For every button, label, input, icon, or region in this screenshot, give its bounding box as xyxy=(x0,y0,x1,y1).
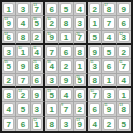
cell-r1c7[interactable]: 2 xyxy=(88,2,102,16)
solution-digit: 3 xyxy=(74,18,86,29)
cell-r6c9[interactable]: 4 xyxy=(117,74,131,88)
solution-digit: 9 xyxy=(102,104,115,115)
cell-r6c4[interactable]: 3 xyxy=(45,74,59,88)
solution-digit: 4 xyxy=(102,33,115,43)
solution-digit: 3 xyxy=(59,119,72,131)
cell-r5c6[interactable]: 1 xyxy=(74,59,88,73)
solution-digit: 9 xyxy=(74,119,86,131)
solution-digit: 6 xyxy=(31,76,43,86)
solution-digit: 4 xyxy=(45,61,58,72)
cell-r7c1[interactable]: 8 xyxy=(2,88,16,102)
solution-digit: 2 xyxy=(88,4,101,15)
cell-r6c5[interactable]: 9 xyxy=(59,74,73,88)
solution-digit: 8 xyxy=(16,33,29,43)
cell-r9c6[interactable]: 139 xyxy=(74,117,88,131)
solution-digit: 6 xyxy=(88,104,101,115)
solution-digit: 5 xyxy=(45,90,58,101)
cell-r3c6[interactable]: 207 xyxy=(74,31,88,45)
cell-r9c8[interactable]: 2 xyxy=(102,117,116,131)
cell-r5c3[interactable]: 218 xyxy=(31,59,45,73)
solution-digit: 6 xyxy=(102,61,115,72)
cell-r2c2[interactable]: 4 xyxy=(16,16,30,30)
cell-r9c5[interactable]: 3 xyxy=(59,117,73,131)
solution-digit: 3 xyxy=(102,90,115,101)
solution-digit: 4 xyxy=(2,104,15,115)
solution-digit: 4 xyxy=(59,90,72,101)
solution-digit: 4 xyxy=(31,47,43,58)
solution-digit: 7 xyxy=(16,76,29,86)
solution-digit: 1 xyxy=(74,61,86,72)
cell-r8c7[interactable]: 6 xyxy=(88,102,102,116)
cell-r4c3[interactable]: 114 xyxy=(31,45,45,59)
solution-digit: 7 xyxy=(88,90,101,101)
solution-digit: 8 xyxy=(59,18,72,29)
solution-digit: 1 xyxy=(16,47,29,58)
cell-r6c1[interactable]: 2 xyxy=(2,74,16,88)
cell-r7c7[interactable]: 107 xyxy=(88,88,102,102)
solution-digit: 7 xyxy=(74,33,86,43)
cell-r2c1[interactable]: 139 xyxy=(2,16,16,30)
cell-r2c9[interactable]: 6 xyxy=(117,16,131,30)
cell-r3c4[interactable]: 109 xyxy=(45,31,59,45)
solution-digit: 1 xyxy=(45,104,58,115)
cell-r6c6[interactable]: 155 xyxy=(74,74,88,88)
cell-r7c4[interactable]: 135 xyxy=(45,88,59,102)
solution-digit: 5 xyxy=(31,18,43,29)
cell-r5c7[interactable]: 113 xyxy=(88,59,102,73)
cell-r4c9[interactable]: 2 xyxy=(117,45,131,59)
solution-digit: 2 xyxy=(45,18,58,29)
cell-r1c9[interactable]: 9 xyxy=(117,2,131,16)
solution-digit: 9 xyxy=(2,18,15,29)
solution-digit: 9 xyxy=(88,47,101,58)
solution-digit: 8 xyxy=(102,4,115,15)
solution-digit: 1 xyxy=(117,90,131,101)
cell-r1c6[interactable]: 4 xyxy=(74,2,88,16)
solution-digit: 6 xyxy=(59,47,72,58)
sudoku-board: 1313765421789139416510283176146821091207… xyxy=(0,0,133,133)
cell-r5c4[interactable]: 164 xyxy=(45,59,59,73)
cell-r1c2[interactable]: 3 xyxy=(16,2,30,16)
solution-digit: 6 xyxy=(117,18,131,29)
cell-r7c3[interactable]: 9 xyxy=(31,88,45,102)
solution-digit: 5 xyxy=(74,76,86,86)
cell-r4c2[interactable]: 101 xyxy=(16,45,30,59)
solution-digit: 5 xyxy=(16,104,29,115)
cell-r5c8[interactable]: 6 xyxy=(102,59,116,73)
cell-r9c1[interactable]: 7 xyxy=(2,117,16,131)
cell-r1c8[interactable]: 178 xyxy=(102,2,116,16)
cell-r2c8[interactable]: 7 xyxy=(102,16,116,30)
cell-r4c5[interactable]: 6 xyxy=(59,45,73,59)
solution-digit: 1 xyxy=(31,119,43,131)
solution-digit: 3 xyxy=(117,33,131,43)
cell-r4c4[interactable]: 7 xyxy=(45,45,59,59)
cell-r3c2[interactable]: 8 xyxy=(16,31,30,45)
solution-digit: 7 xyxy=(117,61,131,72)
solution-digit: 9 xyxy=(59,76,72,86)
solution-digit: 6 xyxy=(74,90,86,101)
solution-digit: 1 xyxy=(59,33,72,43)
cell-r1c5[interactable]: 5 xyxy=(59,2,73,16)
solution-digit: 5 xyxy=(117,119,131,131)
cell-r5c5[interactable]: 2 xyxy=(59,59,73,73)
cell-r1c4[interactable]: 6 xyxy=(45,2,59,16)
solution-digit: 2 xyxy=(74,104,86,115)
cell-r2c7[interactable]: 1 xyxy=(88,16,102,30)
cell-r7c2[interactable]: 142 xyxy=(16,88,30,102)
solution-digit: 8 xyxy=(74,47,86,58)
cell-r2c6[interactable]: 3 xyxy=(74,16,88,30)
solution-digit: 3 xyxy=(2,47,15,58)
solution-digit: 7 xyxy=(102,18,115,29)
solution-digit: 7 xyxy=(59,104,72,115)
solution-digit: 4 xyxy=(88,119,101,131)
cell-r2c3[interactable]: 165 xyxy=(31,16,45,30)
solution-digit: 5 xyxy=(88,33,101,43)
cell-r8c8[interactable]: 119 xyxy=(102,102,116,116)
solution-digit: 8 xyxy=(117,104,131,115)
cell-r9c7[interactable]: 4 xyxy=(88,117,102,131)
cell-r7c5[interactable]: 4 xyxy=(59,88,73,102)
solution-digit: 9 xyxy=(45,33,58,43)
cell-r3c5[interactable]: 1 xyxy=(59,31,73,45)
solution-digit: 2 xyxy=(117,47,131,58)
solution-digit: 2 xyxy=(16,90,29,101)
solution-digit: 3 xyxy=(88,61,101,72)
cell-r3c9[interactable]: 123 xyxy=(117,31,131,45)
solution-digit: 4 xyxy=(117,76,131,86)
solution-digit: 6 xyxy=(2,33,15,43)
cell-r7c6[interactable]: 6 xyxy=(74,88,88,102)
cell-r9c9[interactable]: 5 xyxy=(117,117,131,131)
cell-r6c2[interactable]: 7 xyxy=(16,74,30,88)
solution-digit: 5 xyxy=(2,61,15,72)
solution-digit: 4 xyxy=(74,4,86,15)
cell-r4c6[interactable]: 8 xyxy=(74,45,88,59)
cell-r9c3[interactable]: 121 xyxy=(31,117,45,131)
cell-r8c2[interactable]: 5 xyxy=(16,102,30,116)
cell-r1c3[interactable]: 137 xyxy=(31,2,45,16)
killer-sudoku-app: 1313765421789139416510283176146821091207… xyxy=(0,0,133,133)
cell-r5c9[interactable]: 117 xyxy=(117,59,131,73)
cell-r8c9[interactable]: 138 xyxy=(117,102,131,116)
cell-r6c8[interactable]: 1 xyxy=(102,74,116,88)
solution-digit: 7 xyxy=(2,119,15,131)
solution-digit: 6 xyxy=(45,4,58,15)
solution-digit: 8 xyxy=(2,90,15,101)
cell-r2c4[interactable]: 102 xyxy=(45,16,59,30)
solution-digit: 9 xyxy=(16,61,29,72)
solution-digit: 8 xyxy=(31,61,43,72)
cell-r3c1[interactable]: 146 xyxy=(2,31,16,45)
cell-r9c4[interactable]: 8 xyxy=(45,117,59,131)
cell-r3c8[interactable]: 4 xyxy=(102,31,116,45)
cell-r8c3[interactable]: 3 xyxy=(31,102,45,116)
solution-digit: 7 xyxy=(45,47,58,58)
solution-digit: 3 xyxy=(45,76,58,86)
solution-digit: 1 xyxy=(2,4,15,15)
cell-r6c3[interactable]: 6 xyxy=(31,74,45,88)
solution-digit: 3 xyxy=(31,104,43,115)
solution-digit: 7 xyxy=(31,4,43,15)
cell-r7c8[interactable]: 3 xyxy=(102,88,116,102)
cell-r5c2[interactable]: 9 xyxy=(16,59,30,73)
solution-digit: 2 xyxy=(31,33,43,43)
cell-r4c8[interactable]: 5 xyxy=(102,45,116,59)
cell-r1c1[interactable]: 1 xyxy=(2,2,16,16)
solution-digit: 2 xyxy=(102,119,115,131)
solution-digit: 6 xyxy=(16,119,29,131)
solution-digit: 9 xyxy=(31,90,43,101)
cell-r3c3[interactable]: 2 xyxy=(31,31,45,45)
solution-digit: 3 xyxy=(16,4,29,15)
solution-digit: 9 xyxy=(117,4,131,15)
solution-digit: 5 xyxy=(102,47,115,58)
cell-r4c7[interactable]: 9 xyxy=(88,45,102,59)
cell-r8c5[interactable]: 97 xyxy=(59,102,73,116)
cell-r9c2[interactable]: 6 xyxy=(16,117,30,131)
solution-digit: 1 xyxy=(88,18,101,29)
cell-r8c6[interactable]: 2 xyxy=(74,102,88,116)
solution-digit: 2 xyxy=(2,76,15,86)
cell-r8c1[interactable]: 4 xyxy=(2,102,16,116)
solution-digit: 8 xyxy=(88,76,101,86)
solution-digit: 5 xyxy=(59,4,72,15)
solution-digit: 2 xyxy=(59,61,72,72)
cell-r6c7[interactable]: 8 xyxy=(88,74,102,88)
cell-r4c1[interactable]: 3 xyxy=(2,45,16,59)
cell-r5c1[interactable]: 155 xyxy=(2,59,16,73)
cell-r2c5[interactable]: 8 xyxy=(59,16,73,30)
cell-r3c7[interactable]: 5 xyxy=(88,31,102,45)
cell-r7c9[interactable]: 1 xyxy=(117,88,131,102)
solution-digit: 1 xyxy=(102,76,115,86)
solution-digit: 4 xyxy=(16,18,29,29)
solution-digit: 8 xyxy=(45,119,58,131)
cell-r8c4[interactable]: 1 xyxy=(45,102,59,116)
